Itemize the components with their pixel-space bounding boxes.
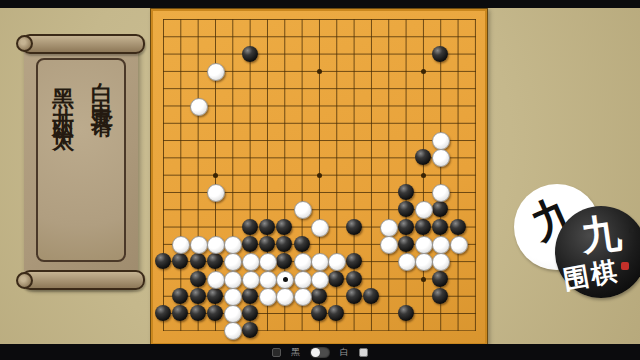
app-logo: 九 九 围棋 [508, 182, 640, 302]
black-stone [398, 201, 414, 217]
white-stone [294, 271, 312, 289]
logo-accent-dot [629, 228, 634, 233]
black-stone [363, 288, 379, 304]
black-stone [346, 271, 362, 287]
white-stone [450, 236, 468, 254]
white-stone [415, 236, 433, 254]
scroll-top-curl [16, 35, 33, 52]
white-stone [224, 322, 242, 340]
top-letterbox-bar [0, 0, 640, 8]
white-stone [311, 219, 329, 237]
toggle-knob[interactable] [311, 348, 320, 357]
logo-bottom-character: 九 [578, 211, 623, 256]
white-stone [207, 63, 225, 81]
black-stone [207, 288, 223, 304]
black-stone [432, 219, 448, 235]
white-stone [259, 288, 277, 306]
black-stone [190, 253, 206, 269]
white-stone [398, 253, 416, 271]
black-stone [432, 271, 448, 287]
black-stone [398, 219, 414, 235]
black-stone [346, 288, 362, 304]
black-stone [450, 219, 466, 235]
black-stone [346, 219, 362, 235]
white-player-name: 申真谞 [90, 83, 116, 104]
black-stone [415, 219, 431, 235]
black-stone [398, 305, 414, 321]
black-stone [242, 305, 258, 321]
color-toggle-switch[interactable] [310, 347, 330, 358]
white-stone [190, 236, 208, 254]
black-stone [346, 253, 362, 269]
black-stone [190, 305, 206, 321]
stone-color-toggle-group: 黑 白 [0, 344, 640, 360]
black-swatch-icon [272, 348, 281, 357]
scroll-top-roll [21, 34, 145, 54]
black-player-column: 黑井山裕太 [49, 64, 79, 256]
white-stone [311, 271, 329, 289]
white-stone [259, 271, 277, 289]
black-stone [242, 219, 258, 235]
star-point [421, 277, 426, 282]
star-point [317, 173, 322, 178]
logo-black-stone: 九 围棋 [555, 206, 640, 298]
scroll-bottom-curl [16, 272, 33, 289]
black-stone [242, 236, 258, 252]
black-stone [432, 46, 448, 62]
white-stone [276, 288, 294, 306]
black-stone [242, 46, 258, 62]
player-scroll-banner: 白申真谞 黑井山裕太 [24, 36, 138, 288]
go-board[interactable] [150, 8, 488, 346]
black-stone [328, 271, 344, 287]
scroll-inner-frame: 白申真谞 黑井山裕太 [36, 58, 126, 262]
black-stone [190, 271, 206, 287]
white-stone [380, 219, 398, 237]
white-stone [294, 253, 312, 271]
black-stone [259, 236, 275, 252]
black-stone [294, 236, 310, 252]
white-label: 白 [90, 64, 116, 71]
black-stone [190, 288, 206, 304]
star-point [421, 173, 426, 178]
black-stone [398, 184, 414, 200]
black-stone [311, 288, 327, 304]
black-stone [276, 219, 292, 235]
black-stone [242, 322, 258, 338]
black-stone [259, 219, 275, 235]
white-stone [294, 288, 312, 306]
white-stone [224, 288, 242, 306]
toggle-white-label[interactable]: 白 [340, 348, 349, 357]
white-stone [276, 271, 294, 289]
white-stone [207, 271, 225, 289]
white-stone [224, 271, 242, 289]
black-stone [432, 288, 448, 304]
black-stone [398, 236, 414, 252]
logo-sub-text: 围棋 [560, 253, 621, 297]
star-point [213, 173, 218, 178]
white-stone [294, 201, 312, 219]
black-label: 黑 [51, 71, 77, 78]
black-player-name: 井山裕太 [51, 90, 77, 118]
toggle-black-label[interactable]: 黑 [291, 348, 300, 357]
white-stone [207, 236, 225, 254]
scroll-bottom-roll [21, 270, 145, 290]
player-names: 白申真谞 黑井山裕太 [44, 64, 118, 256]
white-stone [190, 98, 208, 116]
white-stone [242, 271, 260, 289]
black-stone [207, 305, 223, 321]
last-move-marker [283, 277, 288, 282]
white-stone [242, 253, 260, 271]
black-stone [242, 288, 258, 304]
star-point [421, 69, 426, 74]
app-window: 白申真谞 黑井山裕太 九 九 围棋 黑 白 [0, 0, 640, 360]
black-stone [155, 305, 171, 321]
white-stone [415, 253, 433, 271]
white-swatch-icon [359, 348, 368, 357]
star-point [317, 69, 322, 74]
white-player-column: 白申真谞 [88, 64, 118, 256]
white-stone [207, 184, 225, 202]
logo-red-seal [621, 262, 629, 270]
black-stone [311, 305, 327, 321]
